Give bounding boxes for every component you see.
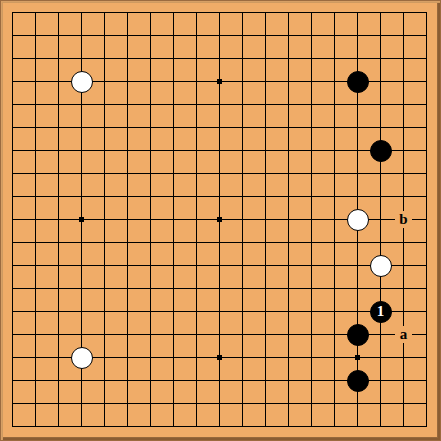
intersection-T18[interactable]	[415, 24, 438, 47]
intersection-M4[interactable]	[254, 346, 277, 369]
intersection-K4[interactable]	[208, 346, 231, 369]
intersection-M15[interactable]	[254, 93, 277, 116]
intersection-K1[interactable]	[208, 415, 231, 438]
intersection-S18[interactable]	[392, 24, 415, 47]
intersection-B18[interactable]	[24, 24, 47, 47]
intersection-R9[interactable]	[369, 231, 392, 254]
intersection-L4[interactable]	[231, 346, 254, 369]
intersection-G10[interactable]	[139, 208, 162, 231]
intersection-N10[interactable]	[277, 208, 300, 231]
intersection-D15[interactable]	[70, 93, 93, 116]
intersection-L16[interactable]	[231, 70, 254, 93]
intersection-P14[interactable]	[323, 116, 346, 139]
black-stone-R6[interactable]: 1	[370, 301, 392, 323]
intersection-Q6[interactable]	[346, 300, 369, 323]
intersection-H14[interactable]	[162, 116, 185, 139]
intersection-S15[interactable]	[392, 93, 415, 116]
intersection-F18[interactable]	[116, 24, 139, 47]
intersection-R11[interactable]	[369, 185, 392, 208]
intersection-M19[interactable]	[254, 1, 277, 24]
intersection-G18[interactable]	[139, 24, 162, 47]
intersection-E18[interactable]	[93, 24, 116, 47]
intersection-J3[interactable]	[185, 369, 208, 392]
intersection-E5[interactable]	[93, 323, 116, 346]
intersection-S7[interactable]	[392, 277, 415, 300]
intersection-M17[interactable]	[254, 47, 277, 70]
intersection-P6[interactable]	[323, 300, 346, 323]
intersection-P2[interactable]	[323, 392, 346, 415]
intersection-Q5[interactable]	[346, 323, 369, 346]
intersection-F2[interactable]	[116, 392, 139, 415]
intersection-A9[interactable]	[1, 231, 24, 254]
intersection-G9[interactable]	[139, 231, 162, 254]
intersection-H15[interactable]	[162, 93, 185, 116]
intersection-O3[interactable]	[300, 369, 323, 392]
intersection-F9[interactable]	[116, 231, 139, 254]
intersection-O12[interactable]	[300, 162, 323, 185]
intersection-N11[interactable]	[277, 185, 300, 208]
intersection-A2[interactable]	[1, 392, 24, 415]
intersection-C2[interactable]	[47, 392, 70, 415]
intersection-M13[interactable]	[254, 139, 277, 162]
intersection-C14[interactable]	[47, 116, 70, 139]
intersection-F19[interactable]	[116, 1, 139, 24]
intersection-N13[interactable]	[277, 139, 300, 162]
intersection-P11[interactable]	[323, 185, 346, 208]
intersection-K6[interactable]	[208, 300, 231, 323]
intersection-L14[interactable]	[231, 116, 254, 139]
intersection-G14[interactable]	[139, 116, 162, 139]
intersection-F7[interactable]	[116, 277, 139, 300]
intersection-C4[interactable]	[47, 346, 70, 369]
intersection-J15[interactable]	[185, 93, 208, 116]
intersection-L1[interactable]	[231, 415, 254, 438]
intersection-C7[interactable]	[47, 277, 70, 300]
intersection-R17[interactable]	[369, 47, 392, 70]
intersection-L3[interactable]	[231, 369, 254, 392]
intersection-G11[interactable]	[139, 185, 162, 208]
intersection-F12[interactable]	[116, 162, 139, 185]
intersection-P7[interactable]	[323, 277, 346, 300]
intersection-G1[interactable]	[139, 415, 162, 438]
intersection-E11[interactable]	[93, 185, 116, 208]
intersection-J12[interactable]	[185, 162, 208, 185]
intersection-O7[interactable]	[300, 277, 323, 300]
intersection-A7[interactable]	[1, 277, 24, 300]
intersection-C12[interactable]	[47, 162, 70, 185]
intersection-Q4[interactable]	[346, 346, 369, 369]
intersection-F11[interactable]	[116, 185, 139, 208]
intersection-B12[interactable]	[24, 162, 47, 185]
intersection-G5[interactable]	[139, 323, 162, 346]
intersection-R10[interactable]	[369, 208, 392, 231]
intersection-G4[interactable]	[139, 346, 162, 369]
intersection-G12[interactable]	[139, 162, 162, 185]
intersection-O8[interactable]	[300, 254, 323, 277]
intersection-L6[interactable]	[231, 300, 254, 323]
intersection-S11[interactable]	[392, 185, 415, 208]
intersection-F17[interactable]	[116, 47, 139, 70]
intersection-C3[interactable]	[47, 369, 70, 392]
intersection-D6[interactable]	[70, 300, 93, 323]
intersection-Q2[interactable]	[346, 392, 369, 415]
intersection-M18[interactable]	[254, 24, 277, 47]
white-stone-D4[interactable]	[71, 347, 93, 369]
intersection-R13[interactable]	[369, 139, 392, 162]
intersection-M9[interactable]	[254, 231, 277, 254]
intersection-C9[interactable]	[47, 231, 70, 254]
intersection-F3[interactable]	[116, 369, 139, 392]
intersection-J19[interactable]	[185, 1, 208, 24]
intersection-F4[interactable]	[116, 346, 139, 369]
intersection-M1[interactable]	[254, 415, 277, 438]
intersection-O5[interactable]	[300, 323, 323, 346]
intersection-A1[interactable]	[1, 415, 24, 438]
intersection-Q10[interactable]	[346, 208, 369, 231]
intersection-S3[interactable]	[392, 369, 415, 392]
intersection-O4[interactable]	[300, 346, 323, 369]
intersection-F5[interactable]	[116, 323, 139, 346]
intersection-F1[interactable]	[116, 415, 139, 438]
intersection-M8[interactable]	[254, 254, 277, 277]
intersection-T4[interactable]	[415, 346, 438, 369]
intersection-D19[interactable]	[70, 1, 93, 24]
intersection-L11[interactable]	[231, 185, 254, 208]
intersection-S16[interactable]	[392, 70, 415, 93]
intersection-E15[interactable]	[93, 93, 116, 116]
intersection-E19[interactable]	[93, 1, 116, 24]
intersection-B15[interactable]	[24, 93, 47, 116]
intersection-B4[interactable]	[24, 346, 47, 369]
intersection-E16[interactable]	[93, 70, 116, 93]
intersection-J1[interactable]	[185, 415, 208, 438]
intersection-K19[interactable]	[208, 1, 231, 24]
intersection-T14[interactable]	[415, 116, 438, 139]
intersection-F13[interactable]	[116, 139, 139, 162]
intersection-T3[interactable]	[415, 369, 438, 392]
intersection-P5[interactable]	[323, 323, 346, 346]
intersection-B9[interactable]	[24, 231, 47, 254]
intersection-R5[interactable]	[369, 323, 392, 346]
intersection-M7[interactable]	[254, 277, 277, 300]
intersection-T10[interactable]	[415, 208, 438, 231]
intersection-K18[interactable]	[208, 24, 231, 47]
intersection-N8[interactable]	[277, 254, 300, 277]
intersection-M2[interactable]	[254, 392, 277, 415]
intersection-A15[interactable]	[1, 93, 24, 116]
intersection-H9[interactable]	[162, 231, 185, 254]
intersection-N3[interactable]	[277, 369, 300, 392]
intersection-A3[interactable]	[1, 369, 24, 392]
intersection-B10[interactable]	[24, 208, 47, 231]
intersection-B14[interactable]	[24, 116, 47, 139]
intersection-L9[interactable]	[231, 231, 254, 254]
intersection-K14[interactable]	[208, 116, 231, 139]
intersection-B19[interactable]	[24, 1, 47, 24]
intersection-C15[interactable]	[47, 93, 70, 116]
intersection-S4[interactable]	[392, 346, 415, 369]
intersection-T13[interactable]	[415, 139, 438, 162]
intersection-S2[interactable]	[392, 392, 415, 415]
intersection-J10[interactable]	[185, 208, 208, 231]
intersection-K2[interactable]	[208, 392, 231, 415]
intersection-M16[interactable]	[254, 70, 277, 93]
intersection-O9[interactable]	[300, 231, 323, 254]
intersection-P8[interactable]	[323, 254, 346, 277]
intersection-T16[interactable]	[415, 70, 438, 93]
intersection-N6[interactable]	[277, 300, 300, 323]
intersection-Q16[interactable]	[346, 70, 369, 93]
intersection-G15[interactable]	[139, 93, 162, 116]
intersection-D8[interactable]	[70, 254, 93, 277]
intersection-P9[interactable]	[323, 231, 346, 254]
intersection-T15[interactable]	[415, 93, 438, 116]
intersection-T1[interactable]	[415, 415, 438, 438]
intersection-R3[interactable]	[369, 369, 392, 392]
intersection-D3[interactable]	[70, 369, 93, 392]
intersection-J5[interactable]	[185, 323, 208, 346]
intersection-G2[interactable]	[139, 392, 162, 415]
intersection-C18[interactable]	[47, 24, 70, 47]
intersection-O17[interactable]	[300, 47, 323, 70]
intersection-E12[interactable]	[93, 162, 116, 185]
intersection-T6[interactable]	[415, 300, 438, 323]
intersection-G17[interactable]	[139, 47, 162, 70]
intersection-S8[interactable]	[392, 254, 415, 277]
black-stone-Q16[interactable]	[347, 71, 369, 93]
intersection-K10[interactable]	[208, 208, 231, 231]
intersection-R1[interactable]	[369, 415, 392, 438]
intersection-O15[interactable]	[300, 93, 323, 116]
intersection-S17[interactable]	[392, 47, 415, 70]
intersection-K8[interactable]	[208, 254, 231, 277]
intersection-Q14[interactable]	[346, 116, 369, 139]
intersection-N15[interactable]	[277, 93, 300, 116]
intersection-E8[interactable]	[93, 254, 116, 277]
intersection-A16[interactable]	[1, 70, 24, 93]
intersection-E9[interactable]	[93, 231, 116, 254]
black-stone-Q5[interactable]	[347, 324, 369, 346]
intersection-O14[interactable]	[300, 116, 323, 139]
intersection-J17[interactable]	[185, 47, 208, 70]
intersection-A11[interactable]	[1, 185, 24, 208]
intersection-E1[interactable]	[93, 415, 116, 438]
intersection-Q18[interactable]	[346, 24, 369, 47]
black-stone-Q3[interactable]	[347, 370, 369, 392]
intersection-Q15[interactable]	[346, 93, 369, 116]
intersection-D14[interactable]	[70, 116, 93, 139]
intersection-B5[interactable]	[24, 323, 47, 346]
intersection-L15[interactable]	[231, 93, 254, 116]
intersection-A8[interactable]	[1, 254, 24, 277]
intersection-A14[interactable]	[1, 116, 24, 139]
intersection-P17[interactable]	[323, 47, 346, 70]
intersection-H5[interactable]	[162, 323, 185, 346]
intersection-F15[interactable]	[116, 93, 139, 116]
intersection-N1[interactable]	[277, 415, 300, 438]
intersection-J18[interactable]	[185, 24, 208, 47]
intersection-N7[interactable]	[277, 277, 300, 300]
intersection-M3[interactable]	[254, 369, 277, 392]
intersection-F14[interactable]	[116, 116, 139, 139]
white-stone-D16[interactable]	[71, 71, 93, 93]
intersection-D4[interactable]	[70, 346, 93, 369]
intersection-K15[interactable]	[208, 93, 231, 116]
intersection-P12[interactable]	[323, 162, 346, 185]
intersection-Q9[interactable]	[346, 231, 369, 254]
intersection-H13[interactable]	[162, 139, 185, 162]
intersection-A12[interactable]	[1, 162, 24, 185]
intersection-H12[interactable]	[162, 162, 185, 185]
intersection-H4[interactable]	[162, 346, 185, 369]
intersection-L7[interactable]	[231, 277, 254, 300]
intersection-Q12[interactable]	[346, 162, 369, 185]
intersection-P13[interactable]	[323, 139, 346, 162]
intersection-R12[interactable]	[369, 162, 392, 185]
intersection-G16[interactable]	[139, 70, 162, 93]
intersection-N9[interactable]	[277, 231, 300, 254]
intersection-Q7[interactable]	[346, 277, 369, 300]
intersection-M10[interactable]	[254, 208, 277, 231]
intersection-R15[interactable]	[369, 93, 392, 116]
intersection-T9[interactable]	[415, 231, 438, 254]
intersection-P3[interactable]	[323, 369, 346, 392]
intersection-B3[interactable]	[24, 369, 47, 392]
intersection-D17[interactable]	[70, 47, 93, 70]
intersection-Q1[interactable]	[346, 415, 369, 438]
intersection-Q13[interactable]	[346, 139, 369, 162]
intersection-R19[interactable]	[369, 1, 392, 24]
intersection-O6[interactable]	[300, 300, 323, 323]
intersection-H16[interactable]	[162, 70, 185, 93]
intersection-S12[interactable]	[392, 162, 415, 185]
intersection-E7[interactable]	[93, 277, 116, 300]
intersection-Q19[interactable]	[346, 1, 369, 24]
intersection-R16[interactable]	[369, 70, 392, 93]
intersection-F16[interactable]	[116, 70, 139, 93]
intersection-P10[interactable]	[323, 208, 346, 231]
intersection-R6[interactable]: 1	[369, 300, 392, 323]
intersection-O13[interactable]	[300, 139, 323, 162]
intersection-H7[interactable]	[162, 277, 185, 300]
intersection-O2[interactable]	[300, 392, 323, 415]
intersection-B6[interactable]	[24, 300, 47, 323]
intersection-L8[interactable]	[231, 254, 254, 277]
intersection-D12[interactable]	[70, 162, 93, 185]
intersection-T11[interactable]	[415, 185, 438, 208]
intersection-S13[interactable]	[392, 139, 415, 162]
intersection-C16[interactable]	[47, 70, 70, 93]
intersection-G19[interactable]	[139, 1, 162, 24]
white-stone-Q10[interactable]	[347, 209, 369, 231]
intersection-N17[interactable]	[277, 47, 300, 70]
intersection-K12[interactable]	[208, 162, 231, 185]
intersection-L18[interactable]	[231, 24, 254, 47]
intersection-K13[interactable]	[208, 139, 231, 162]
intersection-K5[interactable]	[208, 323, 231, 346]
intersection-C1[interactable]	[47, 415, 70, 438]
intersection-H1[interactable]	[162, 415, 185, 438]
intersection-T19[interactable]	[415, 1, 438, 24]
intersection-O16[interactable]	[300, 70, 323, 93]
intersection-N16[interactable]	[277, 70, 300, 93]
intersection-H17[interactable]	[162, 47, 185, 70]
intersection-T5[interactable]	[415, 323, 438, 346]
intersection-C5[interactable]	[47, 323, 70, 346]
intersection-Q3[interactable]	[346, 369, 369, 392]
intersection-J6[interactable]	[185, 300, 208, 323]
intersection-P18[interactable]	[323, 24, 346, 47]
intersection-Q17[interactable]	[346, 47, 369, 70]
intersection-S5[interactable]: a	[392, 323, 415, 346]
intersection-A6[interactable]	[1, 300, 24, 323]
intersection-H8[interactable]	[162, 254, 185, 277]
intersection-E14[interactable]	[93, 116, 116, 139]
intersection-R4[interactable]	[369, 346, 392, 369]
intersection-K9[interactable]	[208, 231, 231, 254]
intersection-D2[interactable]	[70, 392, 93, 415]
intersection-F6[interactable]	[116, 300, 139, 323]
intersection-J4[interactable]	[185, 346, 208, 369]
intersection-O1[interactable]	[300, 415, 323, 438]
intersection-P1[interactable]	[323, 415, 346, 438]
intersection-J13[interactable]	[185, 139, 208, 162]
intersection-R18[interactable]	[369, 24, 392, 47]
intersection-G7[interactable]	[139, 277, 162, 300]
intersection-P4[interactable]	[323, 346, 346, 369]
intersection-N5[interactable]	[277, 323, 300, 346]
intersection-O11[interactable]	[300, 185, 323, 208]
intersection-A17[interactable]	[1, 47, 24, 70]
intersection-C10[interactable]	[47, 208, 70, 231]
intersection-A18[interactable]	[1, 24, 24, 47]
intersection-A13[interactable]	[1, 139, 24, 162]
intersection-L17[interactable]	[231, 47, 254, 70]
intersection-A4[interactable]	[1, 346, 24, 369]
intersection-G3[interactable]	[139, 369, 162, 392]
intersection-M5[interactable]	[254, 323, 277, 346]
intersection-R8[interactable]	[369, 254, 392, 277]
intersection-N4[interactable]	[277, 346, 300, 369]
intersection-G8[interactable]	[139, 254, 162, 277]
intersection-B2[interactable]	[24, 392, 47, 415]
intersection-J16[interactable]	[185, 70, 208, 93]
intersection-R2[interactable]	[369, 392, 392, 415]
intersection-N18[interactable]	[277, 24, 300, 47]
intersection-L12[interactable]	[231, 162, 254, 185]
intersection-H18[interactable]	[162, 24, 185, 47]
intersection-D13[interactable]	[70, 139, 93, 162]
intersection-A5[interactable]	[1, 323, 24, 346]
intersection-J8[interactable]	[185, 254, 208, 277]
intersection-L19[interactable]	[231, 1, 254, 24]
intersection-J7[interactable]	[185, 277, 208, 300]
intersection-K7[interactable]	[208, 277, 231, 300]
intersection-D10[interactable]	[70, 208, 93, 231]
intersection-E4[interactable]	[93, 346, 116, 369]
intersection-P16[interactable]	[323, 70, 346, 93]
intersection-D11[interactable]	[70, 185, 93, 208]
intersection-B13[interactable]	[24, 139, 47, 162]
intersection-T2[interactable]	[415, 392, 438, 415]
intersection-N12[interactable]	[277, 162, 300, 185]
intersection-J11[interactable]	[185, 185, 208, 208]
intersection-Q11[interactable]	[346, 185, 369, 208]
intersection-C19[interactable]	[47, 1, 70, 24]
intersection-H10[interactable]	[162, 208, 185, 231]
intersection-M6[interactable]	[254, 300, 277, 323]
intersection-C6[interactable]	[47, 300, 70, 323]
